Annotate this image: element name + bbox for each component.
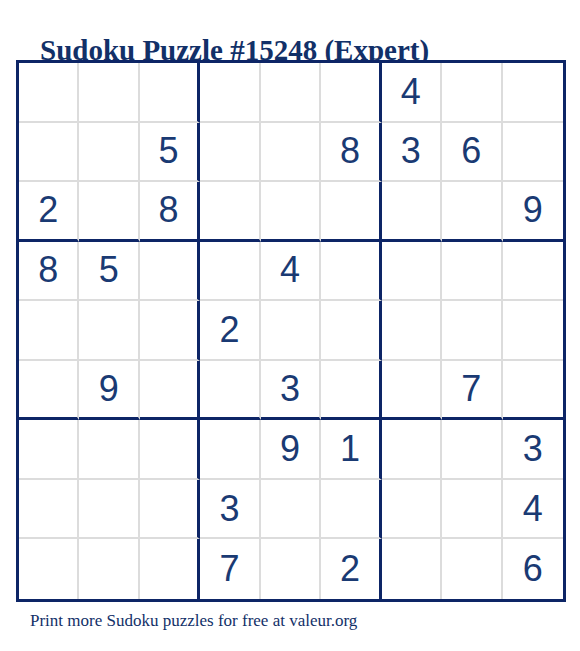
cell-r6c8[interactable]: 7 <box>442 361 502 421</box>
cell-r6c3[interactable] <box>140 361 200 421</box>
cell-r7c5[interactable]: 9 <box>261 420 321 480</box>
cell-r7c2[interactable] <box>79 420 139 480</box>
cell-r9c1[interactable] <box>19 539 79 599</box>
cell-r6c2[interactable]: 9 <box>79 361 139 421</box>
cell-r2c5[interactable] <box>261 123 321 183</box>
cell-r2c2[interactable] <box>79 123 139 183</box>
cell-r7c6[interactable]: 1 <box>321 420 381 480</box>
cell-r8c8[interactable] <box>442 480 502 540</box>
cell-r5c2[interactable] <box>79 301 139 361</box>
cell-r5c5[interactable] <box>261 301 321 361</box>
cell-r4c1[interactable]: 8 <box>19 242 79 302</box>
cell-r8c2[interactable] <box>79 480 139 540</box>
cell-r4c4[interactable] <box>200 242 260 302</box>
cell-r4c8[interactable] <box>442 242 502 302</box>
cell-r5c1[interactable] <box>19 301 79 361</box>
cell-r9c8[interactable] <box>442 539 502 599</box>
cell-r3c9[interactable]: 9 <box>503 182 563 242</box>
cell-r9c5[interactable] <box>261 539 321 599</box>
cell-r4c6[interactable] <box>321 242 381 302</box>
cell-r5c3[interactable] <box>140 301 200 361</box>
cell-r8c3[interactable] <box>140 480 200 540</box>
cell-r9c9[interactable]: 6 <box>503 539 563 599</box>
cell-r6c9[interactable] <box>503 361 563 421</box>
cell-r6c4[interactable] <box>200 361 260 421</box>
cell-r8c5[interactable] <box>261 480 321 540</box>
cell-r1c6[interactable] <box>321 63 381 123</box>
cell-r1c7[interactable]: 4 <box>382 63 442 123</box>
cell-r8c9[interactable]: 4 <box>503 480 563 540</box>
cell-r4c3[interactable] <box>140 242 200 302</box>
cell-r5c8[interactable] <box>442 301 502 361</box>
cell-r3c3[interactable]: 8 <box>140 182 200 242</box>
cell-r1c5[interactable] <box>261 63 321 123</box>
cell-r4c2[interactable]: 5 <box>79 242 139 302</box>
cell-r1c8[interactable] <box>442 63 502 123</box>
cell-r4c7[interactable] <box>382 242 442 302</box>
cell-r5c6[interactable] <box>321 301 381 361</box>
cell-r2c7[interactable]: 3 <box>382 123 442 183</box>
cell-r2c4[interactable] <box>200 123 260 183</box>
cell-r6c6[interactable] <box>321 361 381 421</box>
cell-r2c3[interactable]: 5 <box>140 123 200 183</box>
cell-r2c8[interactable]: 6 <box>442 123 502 183</box>
cell-r7c8[interactable] <box>442 420 502 480</box>
cell-r7c3[interactable] <box>140 420 200 480</box>
cell-r2c9[interactable] <box>503 123 563 183</box>
cell-r9c6[interactable]: 2 <box>321 539 381 599</box>
cell-r8c1[interactable] <box>19 480 79 540</box>
cell-r3c2[interactable] <box>79 182 139 242</box>
cell-r4c9[interactable] <box>503 242 563 302</box>
cell-r3c4[interactable] <box>200 182 260 242</box>
cell-r7c1[interactable] <box>19 420 79 480</box>
cell-r9c7[interactable] <box>382 539 442 599</box>
cell-r5c7[interactable] <box>382 301 442 361</box>
cell-r1c2[interactable] <box>79 63 139 123</box>
cell-r1c4[interactable] <box>200 63 260 123</box>
cell-r2c1[interactable] <box>19 123 79 183</box>
cell-r8c6[interactable] <box>321 480 381 540</box>
cell-r9c4[interactable]: 7 <box>200 539 260 599</box>
cell-r8c7[interactable] <box>382 480 442 540</box>
cell-r5c4[interactable]: 2 <box>200 301 260 361</box>
cell-r4c5[interactable]: 4 <box>261 242 321 302</box>
footer-text: Print more Sudoku puzzles for free at va… <box>30 611 357 631</box>
cell-r8c4[interactable]: 3 <box>200 480 260 540</box>
sudoku-board: 45836289854293791334726 <box>16 60 566 602</box>
cell-r6c1[interactable] <box>19 361 79 421</box>
cell-r3c8[interactable] <box>442 182 502 242</box>
cell-r1c1[interactable] <box>19 63 79 123</box>
cell-r5c9[interactable] <box>503 301 563 361</box>
cell-r7c4[interactable] <box>200 420 260 480</box>
cell-r7c7[interactable] <box>382 420 442 480</box>
cell-r3c6[interactable] <box>321 182 381 242</box>
cell-r6c5[interactable]: 3 <box>261 361 321 421</box>
cell-r7c9[interactable]: 3 <box>503 420 563 480</box>
cell-r1c3[interactable] <box>140 63 200 123</box>
cell-r9c3[interactable] <box>140 539 200 599</box>
cell-r2c6[interactable]: 8 <box>321 123 381 183</box>
cell-r9c2[interactable] <box>79 539 139 599</box>
cell-r6c7[interactable] <box>382 361 442 421</box>
cell-r3c1[interactable]: 2 <box>19 182 79 242</box>
cell-r3c5[interactable] <box>261 182 321 242</box>
cell-r3c7[interactable] <box>382 182 442 242</box>
cell-r1c9[interactable] <box>503 63 563 123</box>
